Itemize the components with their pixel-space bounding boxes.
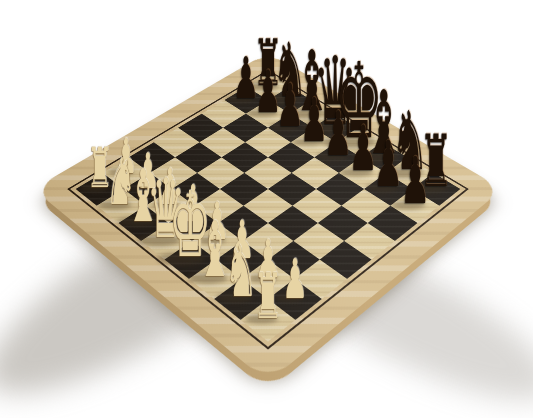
page-background: ♜♞♝♛♚♝♞♜♟♟♟♟♟♟♟♟♟♟♟♟♟♟♟♟♜♞♝♛♚♝♞♜ [0, 0, 533, 418]
black-pawn-h7[interactable]: ♟ [400, 149, 430, 214]
white-pawn-h2[interactable]: ♟ [282, 252, 308, 307]
white-rook-h1[interactable]: ♜ [253, 265, 282, 328]
black-pawn-g7[interactable]: ♟ [373, 134, 403, 198]
